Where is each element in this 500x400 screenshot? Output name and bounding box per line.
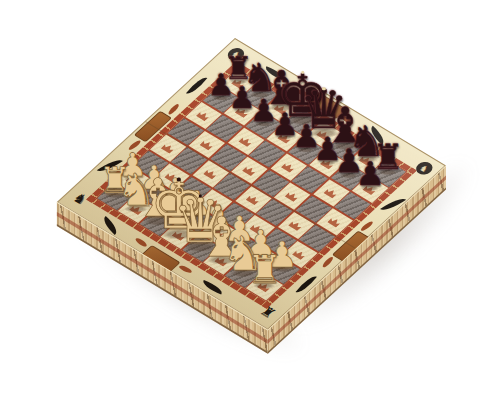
- red-leaf-motif: [321, 256, 335, 268]
- white-rook-h1[interactable]: ♜: [247, 250, 282, 289]
- red-leaf-motif: [360, 220, 375, 232]
- crown-motif: [326, 215, 344, 228]
- chess-set-photo: ♞♜♞♞ ♜♞♝♚♛♝♞♜♟♟♟♟♟♟♟♟♜♞♝♚♛♝♞♜♟♟♟♟♟♟♟♟: [0, 0, 500, 400]
- crown-motif: [195, 109, 213, 122]
- crown-motif: [283, 190, 301, 203]
- red-leaf-motif: [134, 237, 148, 248]
- crown-motif: [241, 164, 259, 177]
- crown-motif: [198, 138, 216, 151]
- crown-motif: [237, 135, 255, 148]
- knight-medallion-icon: ♞: [413, 160, 436, 177]
- knight-silhouette-icon: ♞: [69, 191, 91, 208]
- crown-motif: [244, 193, 262, 206]
- crown-motif: [287, 219, 305, 232]
- red-leaf-motif: [178, 264, 193, 274]
- crown-motif: [159, 142, 177, 155]
- black-pawn-h7[interactable]: ♟: [356, 158, 385, 191]
- rook-silhouette-icon: ♜: [257, 304, 279, 321]
- crown-motif: [280, 161, 298, 174]
- crown-motif: [322, 186, 340, 199]
